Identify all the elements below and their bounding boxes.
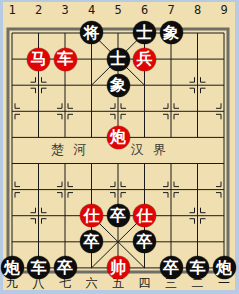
piece-black-cannon[interactable]: 炮 xyxy=(1,256,24,279)
piece-grid: 将士象马车士兵象炮仕卒仕卒卒炮车卒帅卒车炮 xyxy=(0,20,237,281)
piece-red-advisor[interactable]: 仕 xyxy=(80,204,103,227)
piece-black-advisor[interactable]: 士 xyxy=(107,48,130,71)
file-label-top-3: 3 xyxy=(61,4,68,16)
file-label-top-9: 9 xyxy=(220,4,227,16)
piece-black-advisor[interactable]: 士 xyxy=(133,21,156,44)
xiangqi-app-window: { "game": "xiangqi", "position": { "fen"… xyxy=(0,0,239,294)
piece-red-horse[interactable]: 马 xyxy=(27,48,50,71)
file-label-top-6: 6 xyxy=(141,4,148,16)
piece-black-soldier[interactable]: 卒 xyxy=(107,204,130,227)
file-label-top-4: 4 xyxy=(88,4,95,16)
piece-black-soldier[interactable]: 卒 xyxy=(80,230,103,253)
piece-red-cannon[interactable]: 炮 xyxy=(107,126,130,149)
file-label-top-7: 7 xyxy=(167,4,174,16)
piece-black-soldier[interactable]: 卒 xyxy=(133,230,156,253)
piece-red-advisor[interactable]: 仕 xyxy=(133,204,156,227)
file-label-top-5: 5 xyxy=(114,4,121,16)
piece-red-soldier[interactable]: 兵 xyxy=(133,48,156,71)
file-label-top-8: 8 xyxy=(194,4,201,16)
piece-red-chariot[interactable]: 车 xyxy=(54,48,77,71)
file-label-top-2: 2 xyxy=(35,4,42,16)
piece-black-chariot[interactable]: 车 xyxy=(186,256,209,279)
piece-black-soldier[interactable]: 卒 xyxy=(54,256,77,279)
piece-red-general[interactable]: 帅 xyxy=(107,256,130,279)
piece-black-soldier[interactable]: 卒 xyxy=(160,256,183,279)
piece-black-elephant[interactable]: 象 xyxy=(107,74,130,97)
board-background: 楚 河 汉 界 123456789九八七六五四三二一 将士象马车士兵象炮仕卒仕卒… xyxy=(3,2,235,290)
piece-black-elephant[interactable]: 象 xyxy=(160,21,183,44)
board-stage: 楚 河 汉 界 123456789九八七六五四三二一 将士象马车士兵象炮仕卒仕卒… xyxy=(0,0,239,294)
file-label-top-1: 1 xyxy=(8,4,15,16)
piece-black-general[interactable]: 将 xyxy=(80,21,103,44)
piece-black-chariot[interactable]: 车 xyxy=(27,256,50,279)
piece-black-cannon[interactable]: 炮 xyxy=(213,256,236,279)
